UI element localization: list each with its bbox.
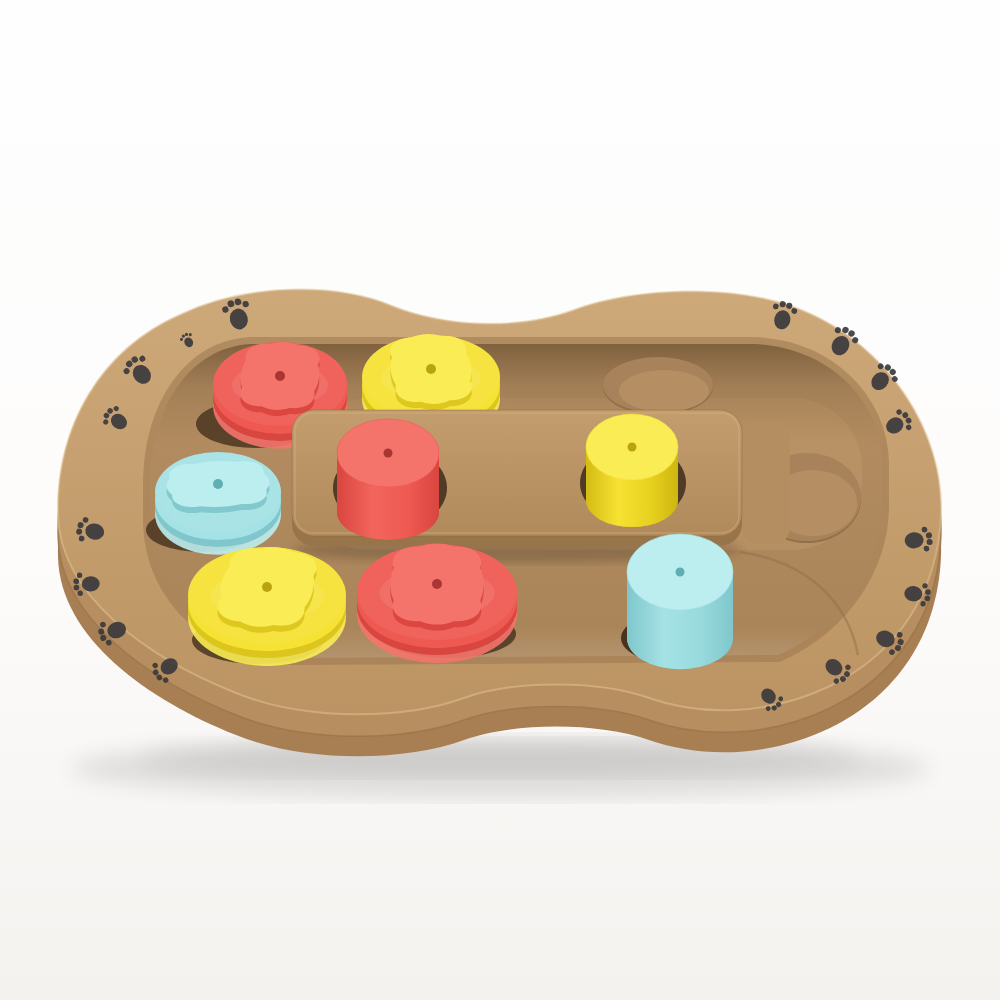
- product-photo-stage: [0, 0, 1000, 1000]
- track-ledge: [742, 420, 790, 544]
- board-drop-shadow: [70, 738, 930, 798]
- treat-hole: [213, 479, 223, 489]
- bone-cover-red-bottom[interactable]: [357, 543, 517, 663]
- treat-hole: [676, 568, 685, 577]
- treat-hole: [426, 364, 436, 374]
- treat-hole: [628, 443, 637, 452]
- peg-cyan-bottom-right[interactable]: [627, 534, 733, 669]
- bone-puzzle-board-photo: [0, 0, 1000, 1000]
- treat-hole: [432, 579, 442, 589]
- peg-red-slider-left[interactable]: [337, 419, 439, 540]
- treat-hole: [262, 582, 272, 592]
- peg-yellow-slider-right[interactable]: [586, 414, 678, 527]
- treat-hole: [275, 371, 285, 381]
- bone-cover-yellow-bottom[interactable]: [188, 543, 346, 666]
- bone-cover-cyan-left[interactable]: [155, 452, 281, 555]
- treat-hole: [384, 449, 393, 458]
- open-oval-well-top-right: [603, 357, 713, 415]
